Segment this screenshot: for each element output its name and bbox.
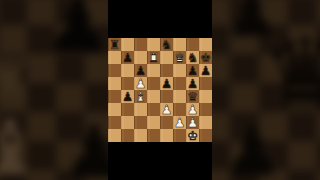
square-d2[interactable] xyxy=(147,116,160,129)
square-b1[interactable] xyxy=(121,129,134,142)
square-d3[interactable] xyxy=(147,103,160,116)
square-f1[interactable] xyxy=(173,129,186,142)
square-f5[interactable] xyxy=(173,77,186,90)
chess-board: ♜♞♟♜♛♞♚♟♟♟♟♟♟♟♝♛♟♟♟♟♚ xyxy=(108,38,212,142)
square-d6[interactable] xyxy=(147,64,160,77)
square-e7[interactable] xyxy=(160,51,173,64)
square-b4[interactable]: ♟ xyxy=(121,90,134,103)
square-d1[interactable] xyxy=(147,129,160,142)
square-a8[interactable]: ♜ xyxy=(108,38,121,51)
square-a6[interactable] xyxy=(108,64,121,77)
piece-black-pawn: ♟ xyxy=(200,64,211,77)
piece-black-pawn: ♟ xyxy=(122,51,133,64)
square-c2[interactable] xyxy=(134,116,147,129)
piece-white-rook: ♜ xyxy=(148,51,159,64)
letterbox-strip: ♜♞♟♜♛♞♚♟♟♟♟♟♟♟♝♛♟♟♟♟♚ xyxy=(108,0,212,180)
square-a1[interactable] xyxy=(108,129,121,142)
piece-white-bishop: ♝ xyxy=(135,90,146,103)
bishop-icon: ♝ xyxy=(0,110,44,180)
square-b3[interactable] xyxy=(121,103,134,116)
pawn-icon: ♟ xyxy=(44,0,112,64)
square-b2[interactable] xyxy=(121,116,134,129)
square-h5[interactable] xyxy=(199,77,212,90)
square-a3[interactable] xyxy=(108,103,121,116)
queen-icon: ♛ xyxy=(262,26,320,122)
square-c3[interactable] xyxy=(134,103,147,116)
piece-white-queen: ♛ xyxy=(174,51,185,64)
piece-black-pawn: ♟ xyxy=(161,77,172,90)
square-d4[interactable] xyxy=(147,90,160,103)
pawn-icon: ♟ xyxy=(222,118,283,180)
square-h4[interactable] xyxy=(199,90,212,103)
piece-black-rook: ♜ xyxy=(109,38,120,51)
square-f2[interactable]: ♟ xyxy=(173,116,186,129)
square-e1[interactable] xyxy=(160,129,173,142)
piece-white-king: ♚ xyxy=(187,129,198,142)
square-h2[interactable] xyxy=(199,116,212,129)
square-c4[interactable]: ♝ xyxy=(134,90,147,103)
square-f7[interactable]: ♛ xyxy=(173,51,186,64)
square-a5[interactable] xyxy=(108,77,121,90)
video-frame: ♟♜♝♟♟♛♟ ♜♞♟♜♛♞♚♟♟♟♟♟♟♟♝♛♟♟♟♟♚ xyxy=(0,0,320,180)
square-e2[interactable] xyxy=(160,116,173,129)
square-f4[interactable] xyxy=(173,90,186,103)
square-b6[interactable] xyxy=(121,64,134,77)
piece-black-knight: ♞ xyxy=(161,38,172,51)
rook-icon: ♜ xyxy=(0,50,36,110)
square-f6[interactable] xyxy=(173,64,186,77)
piece-white-pawn: ♟ xyxy=(174,116,185,129)
square-h6[interactable]: ♟ xyxy=(199,64,212,77)
square-a7[interactable] xyxy=(108,51,121,64)
square-e5[interactable]: ♟ xyxy=(160,77,173,90)
piece-black-pawn: ♟ xyxy=(122,90,133,103)
square-h3[interactable] xyxy=(199,103,212,116)
square-a2[interactable] xyxy=(108,116,121,129)
square-g1[interactable]: ♚ xyxy=(186,129,199,142)
square-d7[interactable]: ♜ xyxy=(147,51,160,64)
square-d5[interactable] xyxy=(147,77,160,90)
square-h1[interactable] xyxy=(199,129,212,142)
piece-white-pawn: ♟ xyxy=(161,103,172,116)
square-e3[interactable]: ♟ xyxy=(160,103,173,116)
square-c8[interactable] xyxy=(134,38,147,51)
square-b7[interactable]: ♟ xyxy=(121,51,134,64)
square-a4[interactable] xyxy=(108,90,121,103)
square-e8[interactable]: ♞ xyxy=(160,38,173,51)
square-c1[interactable] xyxy=(134,129,147,142)
